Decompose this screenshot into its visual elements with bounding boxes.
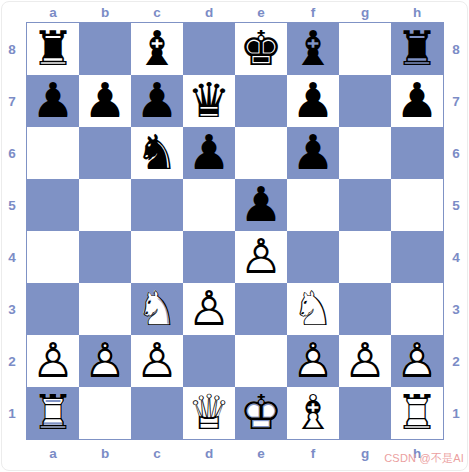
square-d2[interactable] (183, 335, 235, 387)
square-d6[interactable]: ♟ (183, 127, 235, 179)
square-h1[interactable]: ♜♖ (391, 387, 443, 439)
square-f1[interactable]: ♝♗ (287, 387, 339, 439)
file-label-g-top: g (339, 2, 391, 22)
square-h6[interactable] (391, 127, 443, 179)
square-h2[interactable]: ♟♙ (391, 335, 443, 387)
square-a1[interactable]: ♜♖ (27, 387, 79, 439)
square-a7[interactable]: ♟ (27, 75, 79, 127)
square-d5[interactable] (183, 179, 235, 231)
rank-label-3-right: 3 (444, 283, 468, 335)
chess-diagram: abcdefgh 87654321 ♜♝♚♝♜♟♟♟♛♟♟♞♟♟♟♟♙♞♘♟♙♞… (0, 0, 469, 472)
file-label-e-bottom: e (235, 442, 287, 464)
piece-white-pawn-f2[interactable]: ♟♙ (287, 335, 339, 387)
rank-label-5-right: 5 (444, 179, 468, 231)
file-labels-top: abcdefgh (27, 2, 443, 22)
piece-white-pawn-h2[interactable]: ♟♙ (391, 335, 443, 387)
file-label-h-top: h (391, 2, 443, 22)
square-c1[interactable] (131, 387, 183, 439)
piece-white-rook-a1[interactable]: ♜♖ (27, 387, 79, 439)
square-g6[interactable] (339, 127, 391, 179)
file-label-e-top: e (235, 2, 287, 22)
square-f5[interactable] (287, 179, 339, 231)
square-e5[interactable]: ♟ (235, 179, 287, 231)
rank-label-6-left: 6 (0, 127, 24, 179)
piece-white-pawn-c2[interactable]: ♟♙ (131, 335, 183, 387)
piece-black-knight-c6[interactable]: ♞ (131, 127, 183, 179)
square-c5[interactable] (131, 179, 183, 231)
square-b1[interactable] (79, 387, 131, 439)
file-label-h-bottom: h (391, 442, 443, 464)
piece-black-pawn-b7[interactable]: ♟ (79, 75, 131, 127)
square-b3[interactable] (79, 283, 131, 335)
file-label-c-top: c (131, 2, 183, 22)
square-c3[interactable]: ♞♘ (131, 283, 183, 335)
file-label-d-bottom: d (183, 442, 235, 464)
square-a5[interactable] (27, 179, 79, 231)
piece-white-pawn-a2[interactable]: ♟♙ (27, 335, 79, 387)
piece-white-pawn-b2[interactable]: ♟♙ (79, 335, 131, 387)
square-h7[interactable]: ♟ (391, 75, 443, 127)
rank-label-7-right: 7 (444, 75, 468, 127)
square-b4[interactable] (79, 231, 131, 283)
square-a3[interactable] (27, 283, 79, 335)
square-g1[interactable] (339, 387, 391, 439)
piece-white-king-e1[interactable]: ♚♔ (235, 387, 287, 439)
square-d4[interactable] (183, 231, 235, 283)
rank-label-1-left: 1 (0, 387, 24, 439)
piece-white-pawn-g2[interactable]: ♟♙ (339, 335, 391, 387)
square-f3[interactable]: ♞♘ (287, 283, 339, 335)
square-e4[interactable]: ♟♙ (235, 231, 287, 283)
piece-white-bishop-f1[interactable]: ♝♗ (287, 387, 339, 439)
square-e2[interactable] (235, 335, 287, 387)
square-c2[interactable]: ♟♙ (131, 335, 183, 387)
square-g8[interactable] (339, 23, 391, 75)
square-h5[interactable] (391, 179, 443, 231)
file-label-b-top: b (79, 2, 131, 22)
file-label-g-bottom: g (339, 442, 391, 464)
piece-black-pawn-f6[interactable]: ♟ (287, 127, 339, 179)
square-g3[interactable] (339, 283, 391, 335)
square-c4[interactable] (131, 231, 183, 283)
square-a4[interactable] (27, 231, 79, 283)
square-f2[interactable]: ♟♙ (287, 335, 339, 387)
rank-label-8-left: 8 (0, 23, 24, 75)
square-b7[interactable]: ♟ (79, 75, 131, 127)
rank-label-5-left: 5 (0, 179, 24, 231)
rank-labels-right: 87654321 (444, 23, 468, 439)
square-c8[interactable]: ♝ (131, 23, 183, 75)
piece-black-pawn-d6[interactable]: ♟ (183, 127, 235, 179)
rank-label-1-right: 1 (444, 387, 468, 439)
rank-label-4-left: 4 (0, 231, 24, 283)
piece-black-pawn-a7[interactable]: ♟ (27, 75, 79, 127)
rank-labels-left: 87654321 (0, 23, 24, 439)
piece-white-knight-f3[interactable]: ♞♘ (287, 283, 339, 335)
square-b8[interactable] (79, 23, 131, 75)
file-label-d-top: d (183, 2, 235, 22)
piece-white-pawn-e4[interactable]: ♟♙ (235, 231, 287, 283)
square-b6[interactable] (79, 127, 131, 179)
square-g4[interactable] (339, 231, 391, 283)
square-d3[interactable]: ♟♙ (183, 283, 235, 335)
piece-black-king-e8[interactable]: ♚ (235, 23, 287, 75)
square-b2[interactable]: ♟♙ (79, 335, 131, 387)
rank-label-6-right: 6 (444, 127, 468, 179)
piece-black-bishop-c8[interactable]: ♝ (131, 23, 183, 75)
chess-board[interactable]: ♜♝♚♝♜♟♟♟♛♟♟♞♟♟♟♟♙♞♘♟♙♞♘♟♙♟♙♟♙♟♙♟♙♟♙♜♖♛♕♚… (26, 22, 444, 440)
piece-black-bishop-f8[interactable]: ♝ (287, 23, 339, 75)
piece-white-rook-h1[interactable]: ♜♖ (391, 387, 443, 439)
square-g2[interactable]: ♟♙ (339, 335, 391, 387)
file-label-c-bottom: c (131, 442, 183, 464)
file-label-a-bottom: a (27, 442, 79, 464)
square-f6[interactable]: ♟ (287, 127, 339, 179)
square-f8[interactable]: ♝ (287, 23, 339, 75)
square-f4[interactable] (287, 231, 339, 283)
square-h4[interactable] (391, 231, 443, 283)
square-d8[interactable] (183, 23, 235, 75)
piece-black-queen-d7[interactable]: ♛ (183, 75, 235, 127)
square-e3[interactable] (235, 283, 287, 335)
file-label-a-top: a (27, 2, 79, 22)
piece-black-rook-h8[interactable]: ♜ (391, 23, 443, 75)
file-label-f-top: f (287, 2, 339, 22)
piece-white-queen-d1[interactable]: ♛♕ (183, 387, 235, 439)
rank-label-4-right: 4 (444, 231, 468, 283)
square-e1[interactable]: ♚♔ (235, 387, 287, 439)
square-h3[interactable] (391, 283, 443, 335)
square-e8[interactable]: ♚ (235, 23, 287, 75)
piece-black-pawn-h7[interactable]: ♟ (391, 75, 443, 127)
square-a6[interactable] (27, 127, 79, 179)
square-d1[interactable]: ♛♕ (183, 387, 235, 439)
file-labels-bottom: abcdefgh (27, 442, 443, 464)
square-g7[interactable] (339, 75, 391, 127)
rank-label-2-left: 2 (0, 335, 24, 387)
piece-black-rook-a8[interactable]: ♜ (27, 23, 79, 75)
piece-white-pawn-d3[interactable]: ♟♙ (183, 283, 235, 335)
file-label-f-bottom: f (287, 442, 339, 464)
rank-label-2-right: 2 (444, 335, 468, 387)
piece-white-knight-c3[interactable]: ♞♘ (131, 283, 183, 335)
square-h8[interactable]: ♜ (391, 23, 443, 75)
square-b5[interactable] (79, 179, 131, 231)
piece-black-pawn-e5[interactable]: ♟ (235, 179, 287, 231)
square-e6[interactable] (235, 127, 287, 179)
square-g5[interactable] (339, 179, 391, 231)
square-d7[interactable]: ♛ (183, 75, 235, 127)
square-c6[interactable]: ♞ (131, 127, 183, 179)
rank-label-8-right: 8 (444, 23, 468, 75)
piece-black-pawn-f7[interactable]: ♟ (287, 75, 339, 127)
square-e7[interactable] (235, 75, 287, 127)
square-c7[interactable]: ♟ (131, 75, 183, 127)
square-a8[interactable]: ♜ (27, 23, 79, 75)
square-f7[interactable]: ♟ (287, 75, 339, 127)
rank-label-7-left: 7 (0, 75, 24, 127)
file-label-b-bottom: b (79, 442, 131, 464)
piece-black-pawn-c7[interactable]: ♟ (131, 75, 183, 127)
square-a2[interactable]: ♟♙ (27, 335, 79, 387)
rank-label-3-left: 3 (0, 283, 24, 335)
